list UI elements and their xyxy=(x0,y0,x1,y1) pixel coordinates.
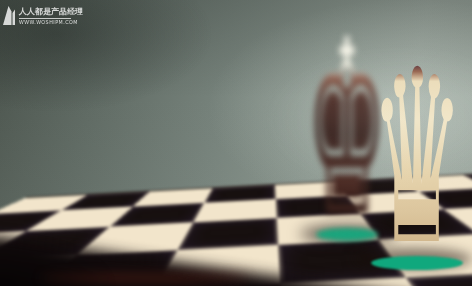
woshipm-logo-icon xyxy=(2,5,16,26)
chess-photo-scene: ♚ ♛ 人人都是产品经理 WWW.WOSHIPM.COM xyxy=(0,0,472,286)
watermark-url: WWW.WOSHIPM.COM xyxy=(19,21,78,24)
watermark-text-block: 人人都是产品经理 WWW.WOSHIPM.COM xyxy=(19,6,142,26)
white-queen-piece[interactable]: ♛ xyxy=(309,38,472,278)
watermark: 人人都是产品经理 WWW.WOSHIPM.COM xyxy=(2,5,142,26)
watermark-divider xyxy=(19,18,71,19)
watermark-brand: 人人都是产品经理 xyxy=(19,7,117,16)
white-queen-glyph: ♛ xyxy=(370,38,465,278)
board-edge-glint xyxy=(40,274,250,282)
